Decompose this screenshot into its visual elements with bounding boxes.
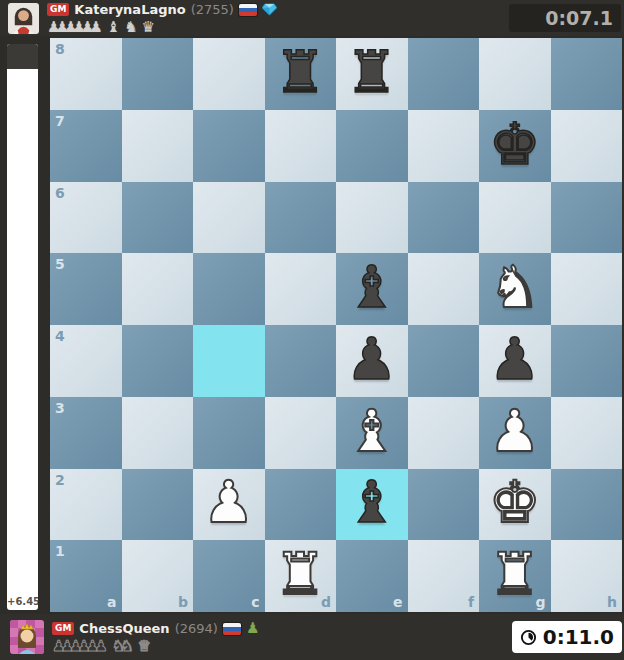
square-f4[interactable] <box>408 325 480 397</box>
rank-label-3: 3 <box>55 401 65 415</box>
square-e1[interactable]: e <box>336 540 408 612</box>
bottom-player-info: GM ChessQueen (2694) ♟ ♟♟♟♟♟♟♞♞♛ <box>52 621 259 654</box>
square-e3[interactable]: ♝ <box>336 397 408 469</box>
evaluation-score: +6.45 <box>7 596 38 607</box>
bottom-player-bar: GM ChessQueen (2694) ♟ ♟♟♟♟♟♟♞♞♛ 0:11.0 <box>0 614 624 660</box>
captured-piece-group: ♟♟♟♟♟♟ <box>52 639 112 654</box>
square-c2[interactable]: ♟ <box>193 469 265 541</box>
square-a4[interactable]: 4 <box>50 325 122 397</box>
square-g4[interactable]: ♟ <box>479 325 551 397</box>
russia-flag-icon <box>239 4 257 16</box>
black-rook[interactable]: ♜ <box>346 43 398 101</box>
white-pawn[interactable]: ♟ <box>203 473 255 531</box>
captured-piece-group: ♝ <box>107 20 124 35</box>
white-pawn[interactable]: ♟ <box>489 402 541 460</box>
square-h4[interactable] <box>551 325 623 397</box>
rank-label-7: 7 <box>55 114 65 128</box>
bottom-player-rating: (2694) <box>175 622 218 635</box>
square-e4[interactable]: ♟ <box>336 325 408 397</box>
chess-game-screen: GM KaterynaLagno (2755) ♟♟♟♟♟♟♝♞♛ 0:07.1… <box>0 0 624 660</box>
captured-piece-group: ♞♞ <box>112 639 138 654</box>
square-e5[interactable]: ♝ <box>336 253 408 325</box>
green-pawn-icon: ♟ <box>246 621 259 636</box>
square-a6[interactable]: 6 <box>50 182 122 254</box>
rank-label-8: 8 <box>55 42 65 56</box>
square-g5[interactable]: ♞ <box>479 253 551 325</box>
square-a8[interactable]: 8 <box>50 38 122 110</box>
bottom-player-clock: 0:11.0 <box>512 621 622 653</box>
square-d7[interactable] <box>265 110 337 182</box>
square-h2[interactable] <box>551 469 623 541</box>
black-bishop[interactable]: ♝ <box>346 473 398 531</box>
square-c3[interactable] <box>193 397 265 469</box>
square-h3[interactable] <box>551 397 623 469</box>
square-e8[interactable]: ♜ <box>336 38 408 110</box>
chess-board: 8♜♜7♚65♝♞4♟♟3♝♟2♟♝♚1abc♜def♜gh <box>50 38 622 612</box>
top-player-captured-pieces: ♟♟♟♟♟♟♝♞♛ <box>47 19 277 35</box>
square-d3[interactable] <box>265 397 337 469</box>
square-g2[interactable]: ♚ <box>479 469 551 541</box>
top-player-bar: GM KaterynaLagno (2755) ♟♟♟♟♟♟♝♞♛ 0:07.1 <box>0 0 624 36</box>
file-label-a: a <box>107 595 116 609</box>
captured-piece-group: ♞ <box>124 20 141 35</box>
bottom-player-captured-pieces: ♟♟♟♟♟♟♞♞♛ <box>52 638 259 654</box>
bottom-gm-title-badge: GM <box>52 622 74 635</box>
white-rook[interactable]: ♜ <box>489 545 541 603</box>
file-label-f: f <box>468 595 474 609</box>
bottom-player-clock-time: 0:11.0 <box>537 625 614 649</box>
square-g1[interactable]: ♜g <box>479 540 551 612</box>
top-player-info: GM KaterynaLagno (2755) ♟♟♟♟♟♟♝♞♛ <box>47 2 277 35</box>
square-a1[interactable]: 1a <box>50 540 122 612</box>
square-d1[interactable]: ♜d <box>265 540 337 612</box>
file-label-d: d <box>321 595 331 609</box>
square-a3[interactable]: 3 <box>50 397 122 469</box>
square-f5[interactable] <box>408 253 480 325</box>
square-a2[interactable]: 2 <box>50 469 122 541</box>
square-h6[interactable] <box>551 182 623 254</box>
square-b4[interactable] <box>122 325 194 397</box>
file-label-h: h <box>607 595 617 609</box>
rank-label-2: 2 <box>55 473 65 487</box>
top-avatar-image <box>8 3 39 34</box>
white-knight[interactable]: ♞ <box>489 258 541 316</box>
square-d6[interactable] <box>265 182 337 254</box>
square-g3[interactable]: ♟ <box>479 397 551 469</box>
diamond-membership-icon <box>262 3 277 17</box>
file-label-g: g <box>535 595 545 609</box>
square-d2[interactable] <box>265 469 337 541</box>
rank-label-4: 4 <box>55 329 65 343</box>
square-f7[interactable] <box>408 110 480 182</box>
square-b6[interactable] <box>122 182 194 254</box>
square-e7[interactable] <box>336 110 408 182</box>
file-label-b: b <box>178 595 188 609</box>
captured-piece-group: ♛ <box>142 20 159 35</box>
square-g7[interactable]: ♚ <box>479 110 551 182</box>
black-bishop[interactable]: ♝ <box>346 258 398 316</box>
top-player-clock: 0:07.1 <box>509 4 621 32</box>
square-c1[interactable]: c <box>193 540 265 612</box>
square-f8[interactable] <box>408 38 480 110</box>
square-h1[interactable]: h <box>551 540 623 612</box>
file-label-c: c <box>251 595 259 609</box>
square-a5[interactable]: 5 <box>50 253 122 325</box>
square-e2[interactable]: ♝ <box>336 469 408 541</box>
square-g6[interactable] <box>479 182 551 254</box>
square-b8[interactable] <box>122 38 194 110</box>
square-c7[interactable] <box>193 110 265 182</box>
square-a7[interactable]: 7 <box>50 110 122 182</box>
top-player-name[interactable]: KaterynaLagno <box>74 3 185 16</box>
black-king[interactable]: ♚ <box>489 115 541 173</box>
captured-piece-group: ♟♟♟♟♟♟ <box>47 20 107 35</box>
bottom-avatar-image <box>10 620 44 654</box>
bottom-player-name[interactable]: ChessQueen <box>79 622 169 635</box>
square-b3[interactable] <box>122 397 194 469</box>
square-f3[interactable] <box>408 397 480 469</box>
square-f1[interactable]: f <box>408 540 480 612</box>
square-d8[interactable]: ♜ <box>265 38 337 110</box>
square-e6[interactable] <box>336 182 408 254</box>
square-h7[interactable] <box>551 110 623 182</box>
square-b7[interactable] <box>122 110 194 182</box>
square-d4[interactable] <box>265 325 337 397</box>
square-f6[interactable] <box>408 182 480 254</box>
top-player-avatar[interactable] <box>8 3 39 34</box>
black-pawn[interactable]: ♟ <box>346 330 398 388</box>
square-c8[interactable] <box>193 38 265 110</box>
bottom-player-avatar[interactable] <box>10 620 44 654</box>
square-g8[interactable] <box>479 38 551 110</box>
white-bishop[interactable]: ♝ <box>346 402 398 460</box>
evaluation-bar: +6.45 <box>7 44 38 610</box>
evaluation-bar-black-section <box>7 44 38 69</box>
square-b2[interactable] <box>122 469 194 541</box>
top-gm-title-badge: GM <box>47 3 69 16</box>
russia-flag-icon <box>223 623 241 635</box>
rank-label-1: 1 <box>55 544 65 558</box>
square-b5[interactable] <box>122 253 194 325</box>
square-d5[interactable] <box>265 253 337 325</box>
square-b1[interactable]: b <box>122 540 194 612</box>
white-rook[interactable]: ♜ <box>274 545 326 603</box>
clock-icon <box>520 629 537 646</box>
top-player-rating: (2755) <box>191 3 234 16</box>
square-c6[interactable] <box>193 182 265 254</box>
file-label-e: e <box>393 595 403 609</box>
square-f2[interactable] <box>408 469 480 541</box>
rank-label-5: 5 <box>55 257 65 271</box>
square-c5[interactable] <box>193 253 265 325</box>
square-c4[interactable] <box>193 325 265 397</box>
captured-piece-group: ♛ <box>138 639 155 654</box>
black-pawn[interactable]: ♟ <box>489 330 541 388</box>
black-rook[interactable]: ♜ <box>274 43 326 101</box>
white-king[interactable]: ♚ <box>489 473 541 531</box>
rank-label-6: 6 <box>55 186 65 200</box>
square-h8[interactable] <box>551 38 623 110</box>
square-h5[interactable] <box>551 253 623 325</box>
